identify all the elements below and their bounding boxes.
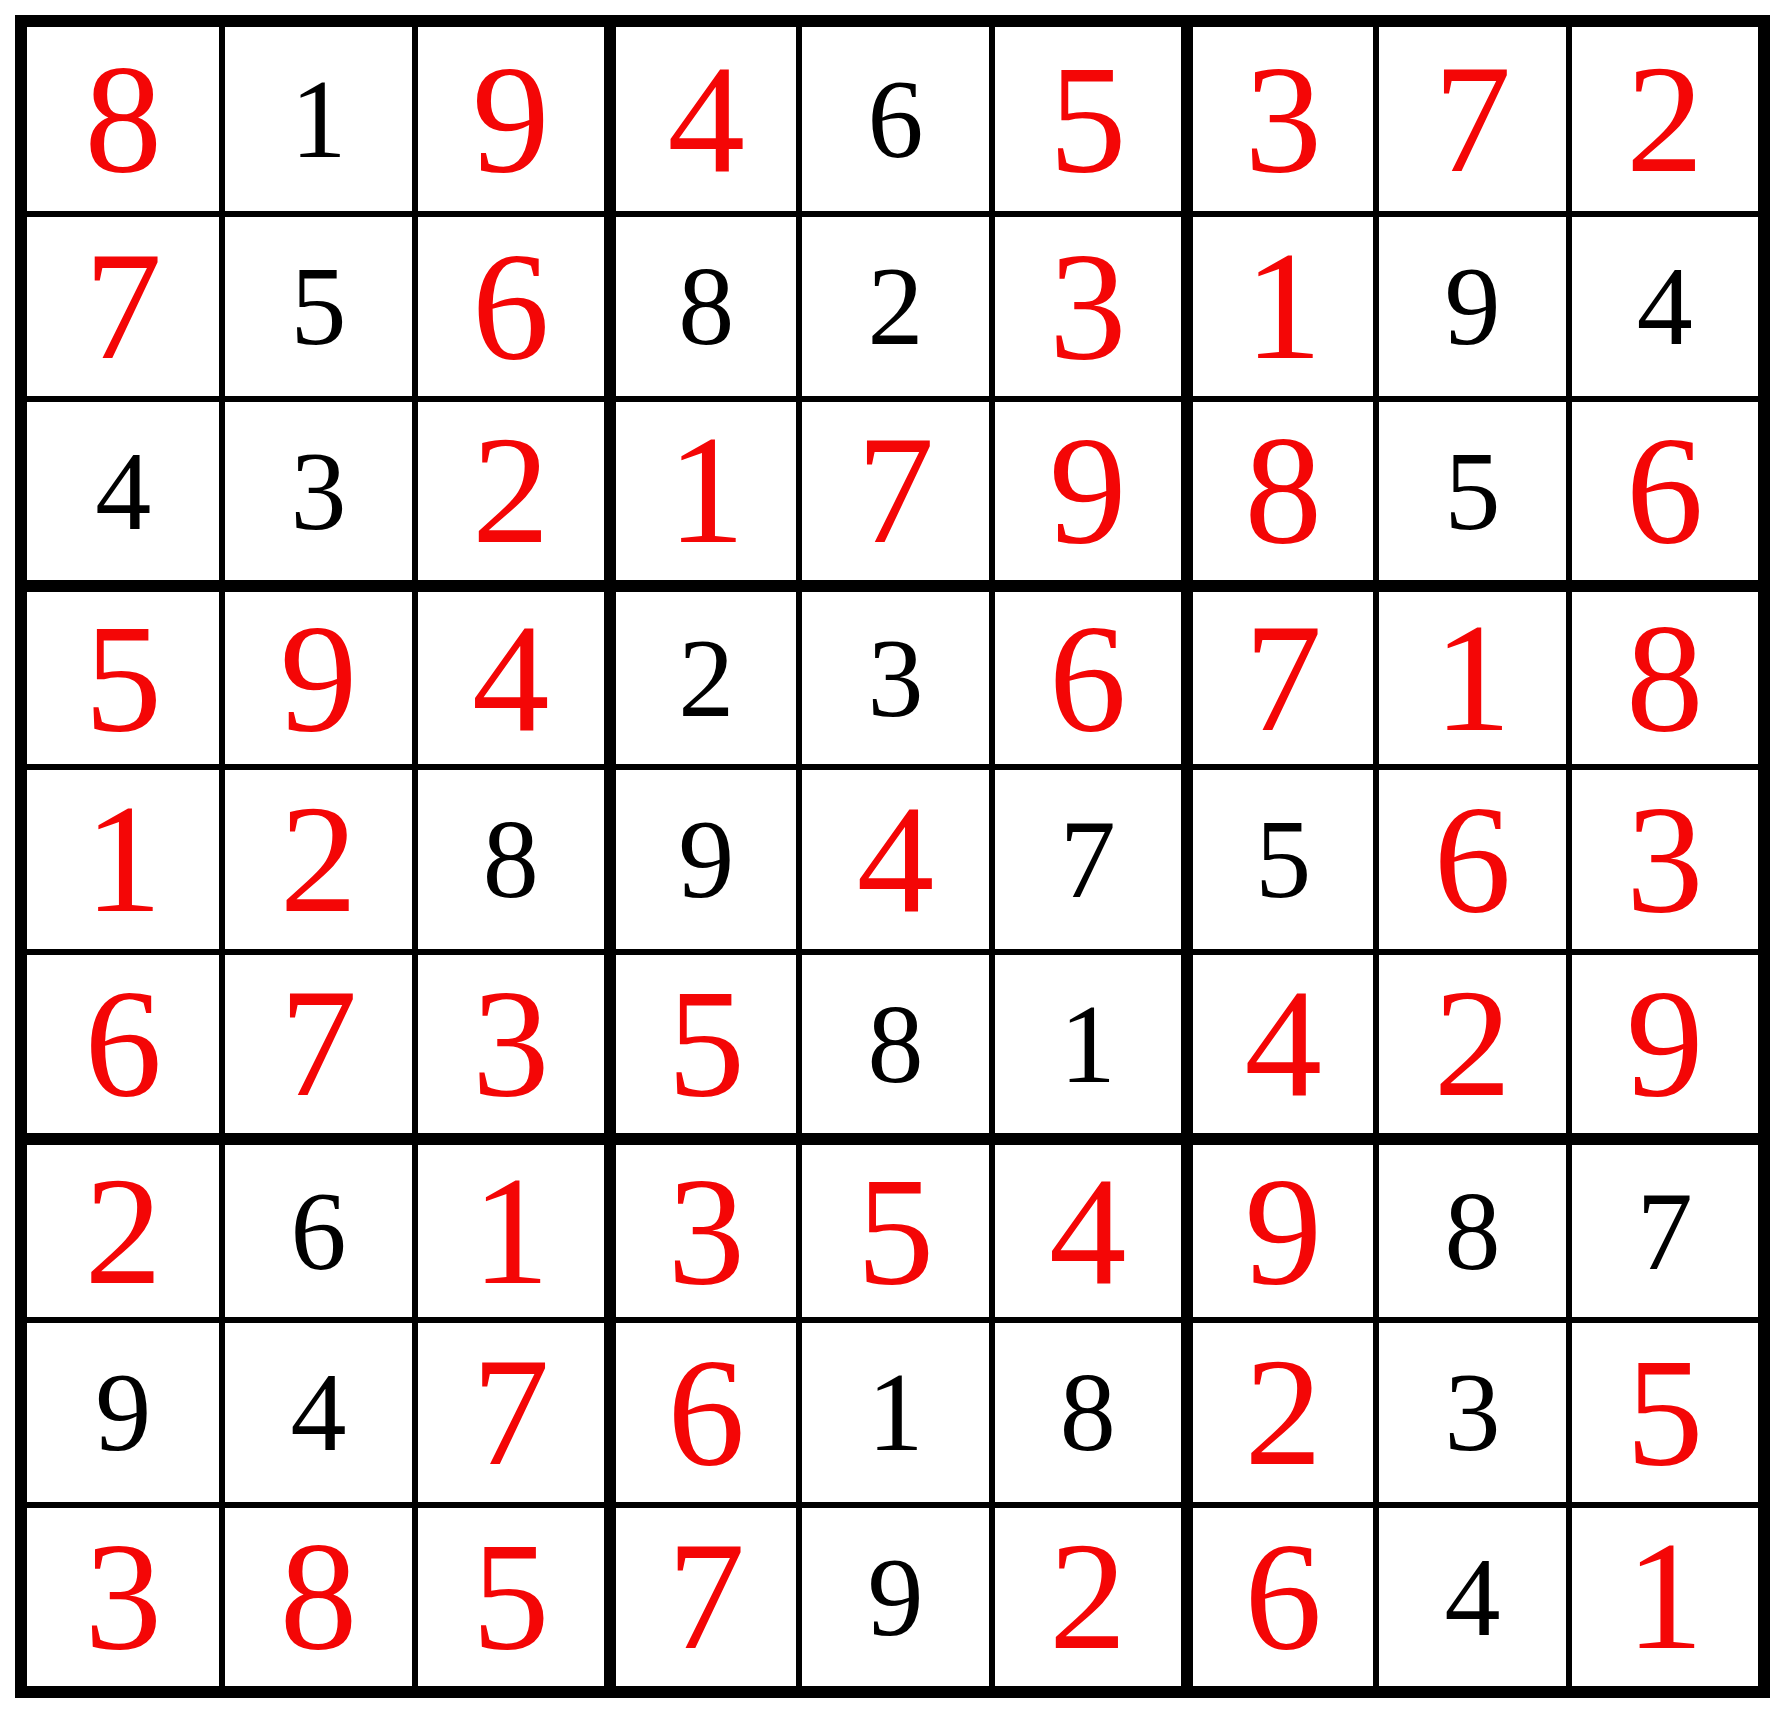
cell-r1c1[interactable]: 8 [27, 27, 219, 211]
cell-r7c2[interactable]: 6 [219, 1133, 411, 1317]
cell-r8c3[interactable]: 7 [412, 1317, 604, 1501]
cell-r5c6[interactable]: 7 [989, 764, 1181, 948]
cell-r5c4[interactable]: 9 [604, 764, 796, 948]
cell-r9c3[interactable]: 5 [412, 1502, 604, 1686]
cell-r9c4[interactable]: 7 [604, 1502, 796, 1686]
cell-r6c6[interactable]: 1 [989, 949, 1181, 1133]
cell-r3c2[interactable]: 3 [219, 396, 411, 580]
cell-r3c5[interactable]: 7 [796, 396, 988, 580]
cell-r5c8[interactable]: 6 [1373, 764, 1565, 948]
cell-r5c3[interactable]: 8 [412, 764, 604, 948]
cell-r9c1[interactable]: 3 [27, 1502, 219, 1686]
cell-r6c1[interactable]: 6 [27, 949, 219, 1133]
cell-r4c2[interactable]: 9 [219, 580, 411, 764]
cell-r6c3[interactable]: 3 [412, 949, 604, 1133]
cell-r6c5[interactable]: 8 [796, 949, 988, 1133]
cell-r4c1[interactable]: 5 [27, 580, 219, 764]
cell-r1c3[interactable]: 9 [412, 27, 604, 211]
cell-r4c7[interactable]: 7 [1181, 580, 1373, 764]
cell-r4c5[interactable]: 3 [796, 580, 988, 764]
cell-r1c2[interactable]: 1 [219, 27, 411, 211]
cell-r7c7[interactable]: 9 [1181, 1133, 1373, 1317]
cell-r2c9[interactable]: 4 [1566, 211, 1758, 395]
cell-r2c3[interactable]: 6 [412, 211, 604, 395]
cell-r3c1[interactable]: 4 [27, 396, 219, 580]
cell-r2c4[interactable]: 8 [604, 211, 796, 395]
cell-r2c5[interactable]: 2 [796, 211, 988, 395]
cell-r4c6[interactable]: 6 [989, 580, 1181, 764]
cell-r7c5[interactable]: 5 [796, 1133, 988, 1317]
cell-r9c7[interactable]: 6 [1181, 1502, 1373, 1686]
cell-r8c4[interactable]: 6 [604, 1317, 796, 1501]
cell-r4c9[interactable]: 8 [1566, 580, 1758, 764]
cell-r5c9[interactable]: 3 [1566, 764, 1758, 948]
cell-r1c4[interactable]: 4 [604, 27, 796, 211]
cell-r6c4[interactable]: 5 [604, 949, 796, 1133]
cell-r3c7[interactable]: 8 [1181, 396, 1373, 580]
cell-r1c7[interactable]: 3 [1181, 27, 1373, 211]
cell-r7c4[interactable]: 3 [604, 1133, 796, 1317]
sudoku-page: 8194653727568231944321798565942367181289… [0, 0, 1785, 1713]
cell-r3c8[interactable]: 5 [1373, 396, 1565, 580]
sudoku-board: 8194653727568231944321798565942367181289… [15, 15, 1770, 1698]
cell-r8c5[interactable]: 1 [796, 1317, 988, 1501]
cell-r7c3[interactable]: 1 [412, 1133, 604, 1317]
cell-r1c6[interactable]: 5 [989, 27, 1181, 211]
cell-r5c5[interactable]: 4 [796, 764, 988, 948]
cell-r4c8[interactable]: 1 [1373, 580, 1565, 764]
cell-r4c4[interactable]: 2 [604, 580, 796, 764]
cell-r2c8[interactable]: 9 [1373, 211, 1565, 395]
cell-r8c1[interactable]: 9 [27, 1317, 219, 1501]
cell-r8c6[interactable]: 8 [989, 1317, 1181, 1501]
cell-r8c2[interactable]: 4 [219, 1317, 411, 1501]
cell-r3c4[interactable]: 1 [604, 396, 796, 580]
cell-r6c7[interactable]: 4 [1181, 949, 1373, 1133]
cell-r2c2[interactable]: 5 [219, 211, 411, 395]
cell-r7c9[interactable]: 7 [1566, 1133, 1758, 1317]
cell-r5c7[interactable]: 5 [1181, 764, 1373, 948]
cell-r1c9[interactable]: 2 [1566, 27, 1758, 211]
cell-r2c1[interactable]: 7 [27, 211, 219, 395]
cell-r1c5[interactable]: 6 [796, 27, 988, 211]
cell-r8c7[interactable]: 2 [1181, 1317, 1373, 1501]
cell-r6c8[interactable]: 2 [1373, 949, 1565, 1133]
cell-r6c2[interactable]: 7 [219, 949, 411, 1133]
cell-r5c2[interactable]: 2 [219, 764, 411, 948]
cell-r7c8[interactable]: 8 [1373, 1133, 1565, 1317]
cell-r3c6[interactable]: 9 [989, 396, 1181, 580]
cell-r5c1[interactable]: 1 [27, 764, 219, 948]
cell-r3c3[interactable]: 2 [412, 396, 604, 580]
cell-r6c9[interactable]: 9 [1566, 949, 1758, 1133]
cell-r9c2[interactable]: 8 [219, 1502, 411, 1686]
cell-r7c1[interactable]: 2 [27, 1133, 219, 1317]
cell-r1c8[interactable]: 7 [1373, 27, 1565, 211]
cell-r8c9[interactable]: 5 [1566, 1317, 1758, 1501]
cell-r9c9[interactable]: 1 [1566, 1502, 1758, 1686]
cell-r9c6[interactable]: 2 [989, 1502, 1181, 1686]
cell-r9c8[interactable]: 4 [1373, 1502, 1565, 1686]
cell-r4c3[interactable]: 4 [412, 580, 604, 764]
cell-r3c9[interactable]: 6 [1566, 396, 1758, 580]
cell-r7c6[interactable]: 4 [989, 1133, 1181, 1317]
cell-r8c8[interactable]: 3 [1373, 1317, 1565, 1501]
cell-r2c7[interactable]: 1 [1181, 211, 1373, 395]
cell-r9c5[interactable]: 9 [796, 1502, 988, 1686]
cell-r2c6[interactable]: 3 [989, 211, 1181, 395]
